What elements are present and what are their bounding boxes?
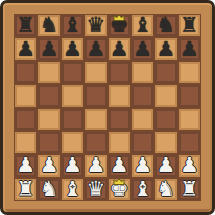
white-queen: ♛ — [86, 179, 105, 200]
black-bishop: ♝ — [63, 15, 82, 36]
square-d1[interactable]: ♛ — [84, 178, 107, 201]
square-c3[interactable] — [61, 131, 84, 154]
white-rook: ♜ — [180, 179, 199, 200]
black-knight: ♞ — [40, 15, 59, 36]
chess-board: ♜♞♝♛♚♝♞♜♟♟♟♟♟♟♟♟♟♟♟♟♟♟♟♟♜♞♝♛♚♝♞♜ — [14, 14, 201, 201]
square-g5[interactable] — [154, 84, 177, 107]
square-e1[interactable]: ♚ — [108, 178, 131, 201]
square-e8[interactable]: ♚ — [108, 14, 131, 37]
square-d8[interactable]: ♛ — [84, 14, 107, 37]
square-a5[interactable] — [14, 84, 37, 107]
square-b5[interactable] — [37, 84, 60, 107]
white-pawn: ♟ — [180, 155, 199, 176]
white-bishop: ♝ — [63, 179, 82, 200]
square-b3[interactable] — [37, 131, 60, 154]
white-bishop: ♝ — [133, 179, 152, 200]
square-b1[interactable]: ♞ — [37, 178, 60, 201]
black-pawn: ♟ — [133, 39, 152, 60]
white-pawn: ♟ — [157, 155, 176, 176]
square-f5[interactable] — [131, 84, 154, 107]
square-a1[interactable]: ♜ — [14, 178, 37, 201]
square-f6[interactable] — [131, 61, 154, 84]
square-a8[interactable]: ♜ — [14, 14, 37, 37]
square-h3[interactable] — [178, 131, 201, 154]
black-queen: ♛ — [86, 15, 105, 36]
white-pawn: ♟ — [133, 155, 152, 176]
square-h2[interactable]: ♟ — [178, 154, 201, 177]
square-a2[interactable]: ♟ — [14, 154, 37, 177]
white-pawn: ♟ — [16, 155, 35, 176]
square-b2[interactable]: ♟ — [37, 154, 60, 177]
square-d3[interactable] — [84, 131, 107, 154]
square-h5[interactable] — [178, 84, 201, 107]
square-g6[interactable] — [154, 61, 177, 84]
square-c8[interactable]: ♝ — [61, 14, 84, 37]
square-a7[interactable]: ♟ — [14, 37, 37, 60]
square-a4[interactable] — [14, 108, 37, 131]
square-f1[interactable]: ♝ — [131, 178, 154, 201]
white-pawn: ♟ — [40, 155, 59, 176]
square-a3[interactable] — [14, 131, 37, 154]
white-king: ♚ — [110, 179, 129, 200]
square-d7[interactable]: ♟ — [84, 37, 107, 60]
black-bishop: ♝ — [133, 15, 152, 36]
square-h8[interactable]: ♜ — [178, 14, 201, 37]
black-pawn: ♟ — [86, 39, 105, 60]
square-g7[interactable]: ♟ — [154, 37, 177, 60]
square-f2[interactable]: ♟ — [131, 154, 154, 177]
square-g4[interactable] — [154, 108, 177, 131]
square-a6[interactable] — [14, 61, 37, 84]
square-e5[interactable] — [108, 84, 131, 107]
square-e2[interactable]: ♟ — [108, 154, 131, 177]
square-e7[interactable]: ♟ — [108, 37, 131, 60]
square-d5[interactable] — [84, 84, 107, 107]
square-c2[interactable]: ♟ — [61, 154, 84, 177]
square-g8[interactable]: ♞ — [154, 14, 177, 37]
black-king: ♚ — [110, 15, 129, 36]
square-d4[interactable] — [84, 108, 107, 131]
square-h6[interactable] — [178, 61, 201, 84]
black-rook: ♜ — [180, 15, 199, 36]
black-pawn: ♟ — [180, 39, 199, 60]
square-c7[interactable]: ♟ — [61, 37, 84, 60]
square-h4[interactable] — [178, 108, 201, 131]
black-pawn: ♟ — [157, 39, 176, 60]
chess-board-frame: ♜♞♝♛♚♝♞♜♟♟♟♟♟♟♟♟♟♟♟♟♟♟♟♟♜♞♝♛♚♝♞♜ — [0, 0, 215, 215]
square-c1[interactable]: ♝ — [61, 178, 84, 201]
square-e3[interactable] — [108, 131, 131, 154]
white-pawn: ♟ — [63, 155, 82, 176]
square-d2[interactable]: ♟ — [84, 154, 107, 177]
white-knight: ♞ — [40, 179, 59, 200]
square-g1[interactable]: ♞ — [154, 178, 177, 201]
black-rook: ♜ — [16, 15, 35, 36]
square-g3[interactable] — [154, 131, 177, 154]
square-h1[interactable]: ♜ — [178, 178, 201, 201]
square-e4[interactable] — [108, 108, 131, 131]
black-knight: ♞ — [157, 15, 176, 36]
square-g2[interactable]: ♟ — [154, 154, 177, 177]
square-h7[interactable]: ♟ — [178, 37, 201, 60]
square-c6[interactable] — [61, 61, 84, 84]
square-b4[interactable] — [37, 108, 60, 131]
square-b6[interactable] — [37, 61, 60, 84]
black-pawn: ♟ — [16, 39, 35, 60]
square-f4[interactable] — [131, 108, 154, 131]
black-pawn: ♟ — [40, 39, 59, 60]
white-pawn: ♟ — [110, 155, 129, 176]
white-pawn: ♟ — [86, 155, 105, 176]
square-c5[interactable] — [61, 84, 84, 107]
square-f3[interactable] — [131, 131, 154, 154]
square-d6[interactable] — [84, 61, 107, 84]
square-c4[interactable] — [61, 108, 84, 131]
square-b7[interactable]: ♟ — [37, 37, 60, 60]
black-pawn: ♟ — [63, 39, 82, 60]
square-b8[interactable]: ♞ — [37, 14, 60, 37]
square-f8[interactable]: ♝ — [131, 14, 154, 37]
black-pawn: ♟ — [110, 39, 129, 60]
white-knight: ♞ — [157, 179, 176, 200]
square-e6[interactable] — [108, 61, 131, 84]
square-f7[interactable]: ♟ — [131, 37, 154, 60]
white-rook: ♜ — [16, 179, 35, 200]
